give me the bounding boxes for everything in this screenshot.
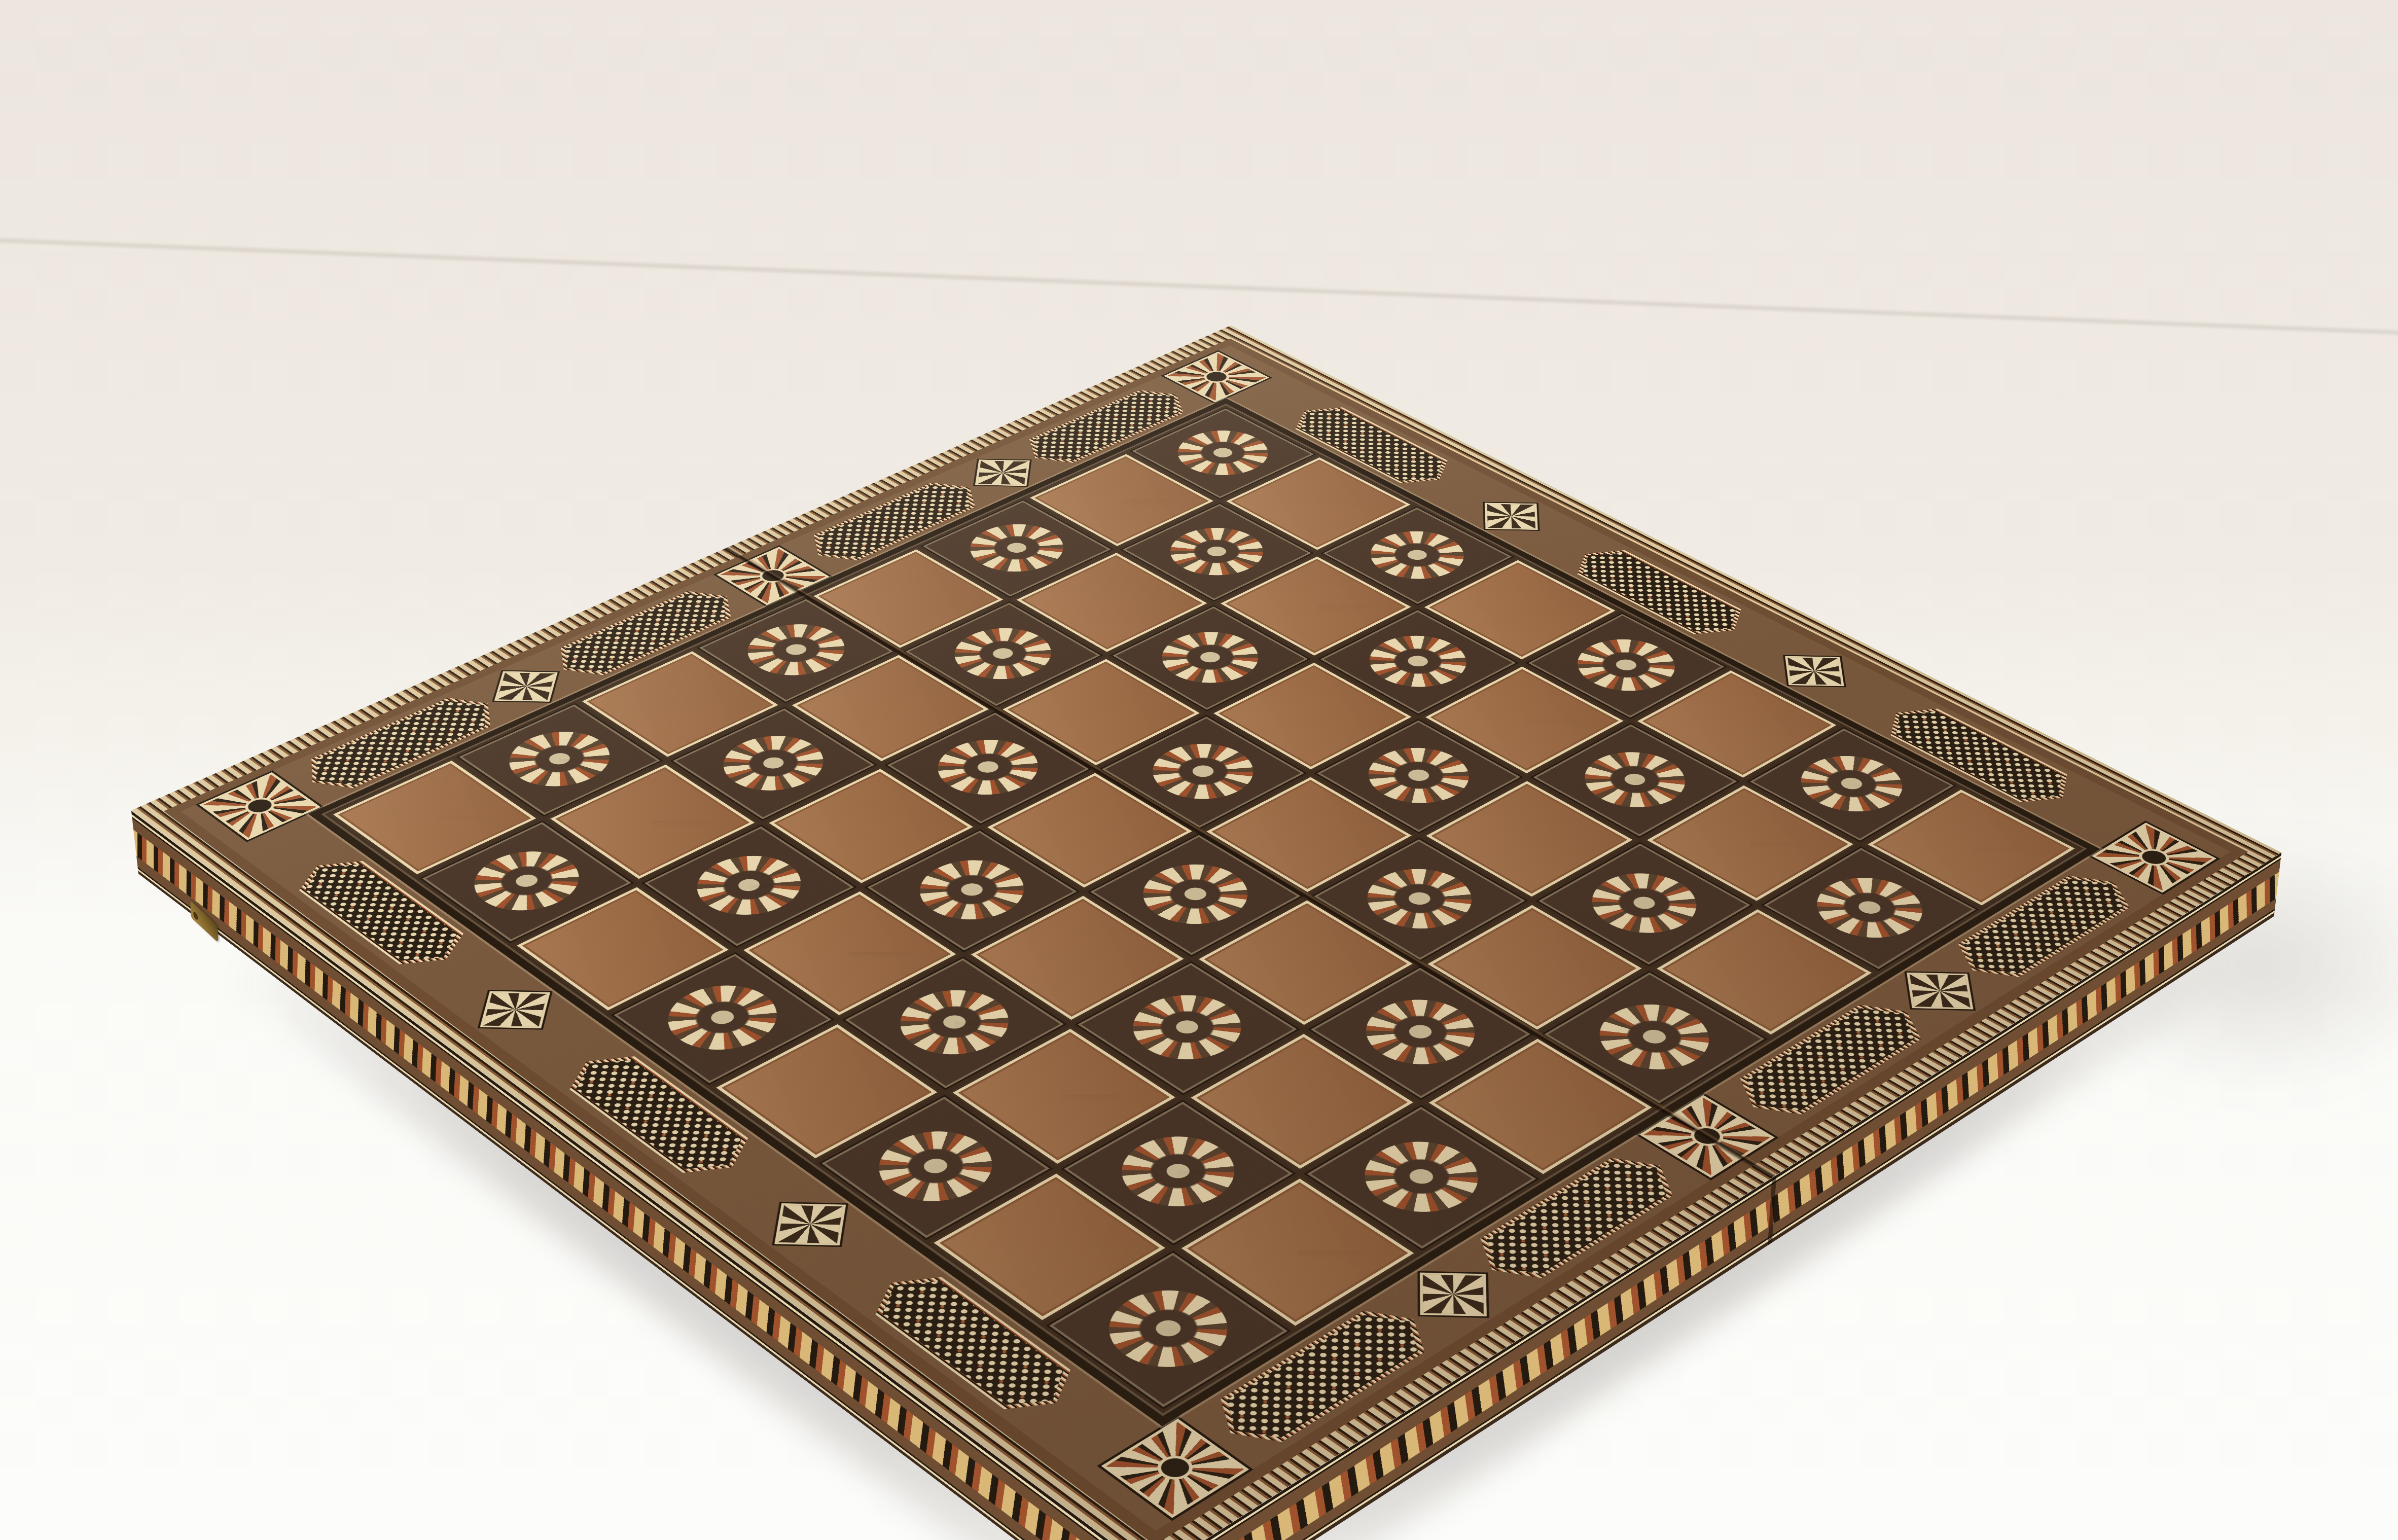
chess-board-box: ♜♞♝♛♚♝♞♜♟♟♟♟♟♟♟♟♟♟♟♟♟♟♟♟♜♞♝♛♚♝♞♜ <box>131 326 2281 1540</box>
star-medallion <box>1907 973 1974 1010</box>
star-medallion <box>774 1203 845 1245</box>
star-medallion <box>975 459 1030 486</box>
scene-photo: ♜♞♝♛♚♝♞♜♟♟♟♟♟♟♟♟♟♟♟♟♟♟♟♟♜♞♝♛♚♝♞♜ <box>0 0 2398 1540</box>
star-medallion <box>480 991 550 1029</box>
star-medallion <box>1419 1273 1486 1317</box>
scene-3d: ♜♞♝♛♚♝♞♜♟♟♟♟♟♟♟♟♟♟♟♟♟♟♟♟♜♞♝♛♚♝♞♜ <box>0 0 2398 1540</box>
